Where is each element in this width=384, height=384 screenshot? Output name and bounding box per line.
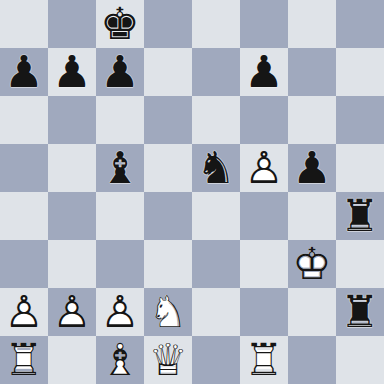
piece-white-rook[interactable]: ♜♖ xyxy=(0,336,48,384)
square-b7[interactable]: ♟ xyxy=(48,48,96,96)
white-knight-outline-glyph: ♘ xyxy=(144,288,192,336)
square-a5[interactable] xyxy=(0,144,48,192)
piece-black-rook[interactable]: ♜ xyxy=(336,192,384,240)
square-f8[interactable] xyxy=(240,0,288,48)
square-a4[interactable] xyxy=(0,192,48,240)
square-d3[interactable] xyxy=(144,240,192,288)
white-queen-outline-glyph: ♕ xyxy=(144,336,192,384)
black-pawn-glyph: ♟ xyxy=(288,144,336,192)
piece-white-pawn[interactable]: ♟♙ xyxy=(240,144,288,192)
square-c3[interactable] xyxy=(96,240,144,288)
piece-black-pawn[interactable]: ♟ xyxy=(240,48,288,96)
piece-white-king[interactable]: ♚♔ xyxy=(288,240,336,288)
square-h3[interactable] xyxy=(336,240,384,288)
square-a2[interactable]: ♟♙ xyxy=(0,288,48,336)
square-f6[interactable] xyxy=(240,96,288,144)
square-a8[interactable] xyxy=(0,0,48,48)
black-pawn-glyph: ♟ xyxy=(0,48,48,96)
square-e5[interactable]: ♞ xyxy=(192,144,240,192)
square-e8[interactable] xyxy=(192,0,240,48)
square-c6[interactable] xyxy=(96,96,144,144)
square-f1[interactable]: ♜♖ xyxy=(240,336,288,384)
square-g4[interactable] xyxy=(288,192,336,240)
square-a3[interactable] xyxy=(0,240,48,288)
square-e2[interactable] xyxy=(192,288,240,336)
square-f7[interactable]: ♟ xyxy=(240,48,288,96)
piece-white-queen[interactable]: ♛♕ xyxy=(144,336,192,384)
square-d1[interactable]: ♛♕ xyxy=(144,336,192,384)
square-h7[interactable] xyxy=(336,48,384,96)
black-pawn-glyph: ♟ xyxy=(240,48,288,96)
white-rook-outline-glyph: ♖ xyxy=(240,336,288,384)
white-bishop-outline-glyph: ♗ xyxy=(96,336,144,384)
square-f4[interactable] xyxy=(240,192,288,240)
square-g2[interactable] xyxy=(288,288,336,336)
white-pawn-outline-glyph: ♙ xyxy=(240,144,288,192)
square-b8[interactable] xyxy=(48,0,96,48)
square-b4[interactable] xyxy=(48,192,96,240)
black-rook-glyph: ♜ xyxy=(336,288,384,336)
black-bishop-glyph: ♝ xyxy=(96,144,144,192)
square-d5[interactable] xyxy=(144,144,192,192)
white-pawn-outline-glyph: ♙ xyxy=(96,288,144,336)
black-king-glyph: ♚ xyxy=(96,0,144,48)
square-c1[interactable]: ♝♗ xyxy=(96,336,144,384)
piece-black-pawn[interactable]: ♟ xyxy=(48,48,96,96)
square-g6[interactable] xyxy=(288,96,336,144)
piece-white-rook[interactable]: ♜♖ xyxy=(240,336,288,384)
square-b6[interactable] xyxy=(48,96,96,144)
square-d8[interactable] xyxy=(144,0,192,48)
square-a7[interactable]: ♟ xyxy=(0,48,48,96)
piece-black-knight[interactable]: ♞ xyxy=(192,144,240,192)
square-d2[interactable]: ♞♘ xyxy=(144,288,192,336)
square-f2[interactable] xyxy=(240,288,288,336)
square-d6[interactable] xyxy=(144,96,192,144)
piece-white-pawn[interactable]: ♟♙ xyxy=(96,288,144,336)
square-h2[interactable]: ♜ xyxy=(336,288,384,336)
square-g7[interactable] xyxy=(288,48,336,96)
black-rook-glyph: ♜ xyxy=(336,192,384,240)
square-f5[interactable]: ♟♙ xyxy=(240,144,288,192)
square-e3[interactable] xyxy=(192,240,240,288)
piece-white-pawn[interactable]: ♟♙ xyxy=(0,288,48,336)
square-e6[interactable] xyxy=(192,96,240,144)
piece-black-pawn[interactable]: ♟ xyxy=(0,48,48,96)
square-f3[interactable] xyxy=(240,240,288,288)
square-b1[interactable] xyxy=(48,336,96,384)
black-pawn-glyph: ♟ xyxy=(48,48,96,96)
piece-black-pawn[interactable]: ♟ xyxy=(96,48,144,96)
square-a1[interactable]: ♜♖ xyxy=(0,336,48,384)
square-d4[interactable] xyxy=(144,192,192,240)
square-c8[interactable]: ♚ xyxy=(96,0,144,48)
square-b5[interactable] xyxy=(48,144,96,192)
square-b2[interactable]: ♟♙ xyxy=(48,288,96,336)
square-e7[interactable] xyxy=(192,48,240,96)
square-h6[interactable] xyxy=(336,96,384,144)
white-rook-outline-glyph: ♖ xyxy=(0,336,48,384)
white-pawn-outline-glyph: ♙ xyxy=(0,288,48,336)
square-c4[interactable] xyxy=(96,192,144,240)
black-pawn-glyph: ♟ xyxy=(96,48,144,96)
piece-white-pawn[interactable]: ♟♙ xyxy=(48,288,96,336)
piece-black-bishop[interactable]: ♝ xyxy=(96,144,144,192)
square-e4[interactable] xyxy=(192,192,240,240)
square-b3[interactable] xyxy=(48,240,96,288)
square-g3[interactable]: ♚♔ xyxy=(288,240,336,288)
square-a6[interactable] xyxy=(0,96,48,144)
square-e1[interactable] xyxy=(192,336,240,384)
piece-white-knight[interactable]: ♞♘ xyxy=(144,288,192,336)
square-g8[interactable] xyxy=(288,0,336,48)
square-h4[interactable]: ♜ xyxy=(336,192,384,240)
square-g1[interactable] xyxy=(288,336,336,384)
square-c7[interactable]: ♟ xyxy=(96,48,144,96)
piece-white-bishop[interactable]: ♝♗ xyxy=(96,336,144,384)
square-h5[interactable] xyxy=(336,144,384,192)
square-h1[interactable] xyxy=(336,336,384,384)
chess-board: ♚♟♟♟♟♝♞♟♙♟♜♚♔♟♙♟♙♟♙♞♘♜♜♖♝♗♛♕♜♖ xyxy=(0,0,384,384)
piece-black-king[interactable]: ♚ xyxy=(96,0,144,48)
white-pawn-outline-glyph: ♙ xyxy=(48,288,96,336)
piece-black-pawn[interactable]: ♟ xyxy=(288,144,336,192)
square-c5[interactable]: ♝ xyxy=(96,144,144,192)
piece-black-rook[interactable]: ♜ xyxy=(336,288,384,336)
white-king-outline-glyph: ♔ xyxy=(288,240,336,288)
black-knight-glyph: ♞ xyxy=(192,144,240,192)
square-g5[interactable]: ♟ xyxy=(288,144,336,192)
square-c2[interactable]: ♟♙ xyxy=(96,288,144,336)
square-d7[interactable] xyxy=(144,48,192,96)
square-h8[interactable] xyxy=(336,0,384,48)
